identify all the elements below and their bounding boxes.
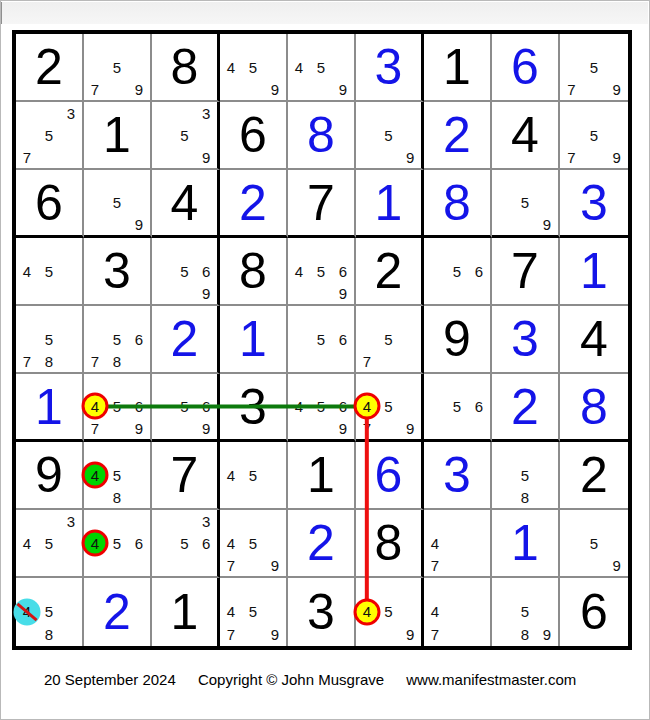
candidate-grid: 359 [152, 102, 217, 168]
candidate-3: 3 [202, 513, 210, 530]
cell-r8c6[interactable]: 8 [356, 510, 424, 578]
candidate-5: 5 [453, 263, 461, 280]
candidate-6: 6 [135, 535, 143, 552]
cell-r4c8[interactable]: 7 [492, 238, 560, 306]
candidate-grid: 45 [16, 238, 82, 304]
solved-digit: 8 [307, 110, 335, 160]
cell-r7c5[interactable]: 1 [288, 442, 356, 510]
cell-r4c9[interactable]: 1 [560, 238, 628, 306]
candidate-grid: 59 [560, 510, 628, 576]
cell-r3c9[interactable]: 3 [560, 170, 628, 238]
candidate-grid: 589 [492, 578, 558, 646]
candidate-9: 9 [543, 626, 551, 643]
candidate-grid: 357 [16, 102, 82, 168]
window-titlebar [1, 2, 648, 24]
given-digit: 2 [35, 42, 63, 92]
candidate-7: 7 [227, 557, 235, 574]
candidate-4: 4 [295, 263, 303, 280]
given-digit: 1 [103, 110, 131, 160]
cell-r5c2[interactable]: 5678 [84, 306, 152, 374]
candidate-7: 7 [363, 353, 371, 370]
candidate-7: 7 [363, 420, 371, 437]
candidate-9: 9 [202, 285, 210, 302]
candidate-7: 7 [431, 626, 439, 643]
candidate-4: 4 [91, 467, 99, 484]
cell-r9c5[interactable]: 3 [288, 578, 356, 646]
candidate-5: 5 [249, 59, 257, 76]
given-digit: 1 [307, 450, 335, 500]
candidate-4: 4 [227, 603, 235, 620]
given-digit: 8 [239, 246, 267, 296]
candidate-grid: 569 [152, 238, 217, 304]
cell-r2c9[interactable]: 579 [560, 102, 628, 170]
candidate-5: 5 [45, 603, 53, 620]
solved-digit: 3 [580, 178, 608, 228]
candidate-grid: 345 [16, 510, 82, 576]
candidate-9: 9 [135, 420, 143, 437]
candidate-6: 6 [135, 331, 143, 348]
candidate-5: 5 [113, 535, 121, 552]
candidate-7: 7 [227, 626, 235, 643]
candidate-7: 7 [567, 81, 575, 98]
candidate-grid: 56 [288, 306, 354, 372]
cell-r6c6[interactable]: 4579 [356, 374, 424, 442]
cell-r3c3[interactable]: 4 [152, 170, 220, 238]
candidate-4: 4 [227, 535, 235, 552]
cell-r4c5[interactable]: 4569 [288, 238, 356, 306]
cell-r3c7[interactable]: 8 [424, 170, 492, 238]
candidate-grid: 45 [220, 442, 286, 508]
candidate-5: 5 [521, 467, 529, 484]
cell-r6c7[interactable]: 56 [424, 374, 492, 442]
given-digit: 1 [443, 42, 471, 92]
candidate-5: 5 [45, 127, 53, 144]
given-digit: 1 [171, 587, 199, 637]
candidate-5: 5 [249, 535, 257, 552]
candidate-7: 7 [23, 149, 31, 166]
cell-r9c2[interactable]: 2 [84, 578, 152, 646]
cell-r6c9[interactable]: 8 [560, 374, 628, 442]
candidate-6: 6 [339, 263, 347, 280]
candidate-9: 9 [339, 285, 347, 302]
candidate-grid: 57 [356, 306, 421, 372]
candidate-5: 5 [45, 535, 53, 552]
candidate-9: 9 [612, 81, 620, 98]
candidate-7: 7 [567, 149, 575, 166]
candidate-3: 3 [67, 513, 75, 530]
candidate-4: 4 [295, 398, 303, 415]
candidate-3: 3 [67, 105, 75, 122]
candidate-grid: 59 [492, 170, 558, 235]
cell-r5c6[interactable]: 57 [356, 306, 424, 374]
candidate-4: 4 [227, 467, 235, 484]
candidate-6: 6 [339, 331, 347, 348]
candidate-9: 9 [135, 216, 143, 233]
candidate-grid: 578 [16, 306, 82, 372]
candidate-7: 7 [23, 353, 31, 370]
solved-digit: 6 [511, 42, 539, 92]
cell-r4c6[interactable]: 2 [356, 238, 424, 306]
candidate-grid: 456 [84, 510, 150, 576]
cell-r6c2[interactable]: 45679 [84, 374, 152, 442]
given-digit: 7 [171, 450, 199, 500]
candidate-grid: 459 [288, 34, 354, 100]
candidate-8: 8 [45, 626, 53, 643]
candidate-9: 9 [612, 149, 620, 166]
candidate-8: 8 [521, 626, 529, 643]
candidate-6: 6 [202, 535, 210, 552]
candidate-9: 9 [612, 557, 620, 574]
cell-r4c4[interactable]: 8 [220, 238, 288, 306]
candidate-grid: 58 [492, 442, 558, 508]
cell-r5c5[interactable]: 56 [288, 306, 356, 374]
cell-r1c4[interactable]: 459 [220, 34, 288, 102]
cell-r6c4[interactable]: 3 [220, 374, 288, 442]
solved-digit: 8 [443, 178, 471, 228]
candidate-7: 7 [431, 557, 439, 574]
sudoku-board: 2579845945931657935713596859245796594271… [12, 30, 632, 650]
candidate-grid: 59 [84, 170, 150, 235]
candidate-grid: 579 [560, 34, 628, 100]
candidate-grid: 459 [356, 578, 421, 646]
candidate-9: 9 [406, 420, 414, 437]
cell-r3c4[interactable]: 2 [220, 170, 288, 238]
cell-r3c2[interactable]: 59 [84, 170, 152, 238]
cell-r2c5[interactable]: 8 [288, 102, 356, 170]
candidate-5: 5 [384, 127, 392, 144]
candidate-9: 9 [271, 557, 279, 574]
candidate-5: 5 [521, 194, 529, 211]
candidate-5: 5 [590, 127, 598, 144]
cell-r9c9[interactable]: 6 [560, 578, 628, 646]
candidate-grid: 458 [84, 442, 150, 508]
cell-r5c9[interactable]: 4 [560, 306, 628, 374]
cell-r2c4[interactable]: 6 [220, 102, 288, 170]
solved-digit: 1 [375, 178, 403, 228]
given-digit: 7 [511, 246, 539, 296]
candidate-5: 5 [384, 331, 392, 348]
candidate-5: 5 [113, 467, 121, 484]
given-digit: 6 [239, 110, 267, 160]
footer-copyright: Copyright © John Musgrave [198, 671, 384, 688]
candidate-9: 9 [543, 216, 551, 233]
solved-digit: 1 [239, 314, 267, 364]
cell-r5c3[interactable]: 2 [152, 306, 220, 374]
cell-r5c8[interactable]: 3 [492, 306, 560, 374]
solved-digit: 1 [35, 382, 63, 432]
candidate-4: 4 [295, 59, 303, 76]
solved-digit: 1 [511, 518, 539, 568]
candidate-4: 4 [23, 535, 31, 552]
candidate-6: 6 [475, 398, 483, 415]
cell-r9c7[interactable]: 47 [424, 578, 492, 646]
cell-r1c6[interactable]: 3 [356, 34, 424, 102]
given-digit: 7 [307, 178, 335, 228]
given-digit: 4 [511, 110, 539, 160]
candidate-5: 5 [113, 398, 121, 415]
cell-r9c6[interactable]: 459 [356, 578, 424, 646]
cell-r7c8[interactable]: 58 [492, 442, 560, 510]
cell-r3c5[interactable]: 7 [288, 170, 356, 238]
cell-r1c5[interactable]: 459 [288, 34, 356, 102]
candidate-5: 5 [249, 467, 257, 484]
cell-r4c7[interactable]: 56 [424, 238, 492, 306]
candidate-5: 5 [590, 59, 598, 76]
given-digit: 2 [580, 450, 608, 500]
cell-r9c4[interactable]: 4579 [220, 578, 288, 646]
cell-r9c8[interactable]: 589 [492, 578, 560, 646]
cell-r8c9[interactable]: 59 [560, 510, 628, 578]
candidate-5: 5 [317, 331, 325, 348]
candidate-grid: 59 [356, 102, 421, 168]
footer-date: 20 September 2024 [44, 671, 176, 688]
candidate-5: 5 [180, 263, 188, 280]
candidate-5: 5 [45, 331, 53, 348]
given-digit: 3 [239, 382, 267, 432]
cell-r2c6[interactable]: 59 [356, 102, 424, 170]
cell-r4c3[interactable]: 569 [152, 238, 220, 306]
given-digit: 9 [443, 314, 471, 364]
cell-r1c8[interactable]: 6 [492, 34, 560, 102]
candidate-5: 5 [384, 603, 392, 620]
given-digit: 3 [307, 587, 335, 637]
given-digit: 8 [171, 42, 199, 92]
candidate-5: 5 [317, 263, 325, 280]
candidate-4: 4 [227, 59, 235, 76]
cell-r8c1[interactable]: 345 [16, 510, 84, 578]
solved-digit: 2 [103, 587, 131, 637]
given-digit: 9 [35, 450, 63, 500]
candidate-4: 4 [363, 398, 371, 415]
candidate-5: 5 [590, 535, 598, 552]
candidate-6: 6 [202, 263, 210, 280]
solved-digit: 6 [375, 450, 403, 500]
cell-r5c7[interactable]: 9 [424, 306, 492, 374]
candidate-9: 9 [135, 81, 143, 98]
candidate-5: 5 [180, 398, 188, 415]
cell-r7c6[interactable]: 6 [356, 442, 424, 510]
given-digit: 8 [375, 518, 403, 568]
cell-r1c2[interactable]: 579 [84, 34, 152, 102]
solved-digit: 2 [239, 178, 267, 228]
candidate-7: 7 [91, 81, 99, 98]
footer-website[interactable]: www.manifestmaster.com [406, 671, 576, 688]
candidate-4: 4 [23, 263, 31, 280]
given-digit: 6 [35, 178, 63, 228]
candidate-grid: 47 [424, 510, 490, 576]
cell-r7c4[interactable]: 45 [220, 442, 288, 510]
candidate-5: 5 [521, 603, 529, 620]
candidate-6: 6 [135, 398, 143, 415]
cell-r7c3[interactable]: 7 [152, 442, 220, 510]
candidate-grid: 4579 [220, 578, 286, 646]
candidate-5: 5 [317, 59, 325, 76]
cell-r1c3[interactable]: 8 [152, 34, 220, 102]
candidate-9: 9 [339, 420, 347, 437]
candidate-grid: 458 [16, 578, 82, 646]
cell-r7c9[interactable]: 2 [560, 442, 628, 510]
cell-r8c2[interactable]: 456 [84, 510, 152, 578]
candidate-grid: 56 [424, 238, 490, 304]
cell-r7c1[interactable]: 9 [16, 442, 84, 510]
solved-digit: 8 [580, 382, 608, 432]
candidate-9: 9 [202, 149, 210, 166]
candidate-6: 6 [202, 398, 210, 415]
candidate-9: 9 [271, 626, 279, 643]
candidate-9: 9 [202, 420, 210, 437]
candidate-5: 5 [180, 535, 188, 552]
candidate-8: 8 [521, 489, 529, 506]
candidate-5: 5 [249, 603, 257, 620]
candidate-9: 9 [406, 626, 414, 643]
cell-r7c2[interactable]: 458 [84, 442, 152, 510]
candidate-8: 8 [113, 353, 121, 370]
cell-r1c7[interactable]: 1 [424, 34, 492, 102]
cell-r9c1[interactable]: 458 [16, 578, 84, 646]
candidate-5: 5 [317, 398, 325, 415]
cell-r5c1[interactable]: 578 [16, 306, 84, 374]
cell-r6c1[interactable]: 1 [16, 374, 84, 442]
solved-digit: 1 [580, 246, 608, 296]
cell-r7c7[interactable]: 3 [424, 442, 492, 510]
cell-r3c6[interactable]: 1 [356, 170, 424, 238]
footer: 20 September 2024 Copyright © John Musgr… [44, 671, 594, 688]
given-digit: 4 [580, 314, 608, 364]
cell-r5c4[interactable]: 1 [220, 306, 288, 374]
candidate-4: 4 [363, 603, 371, 620]
candidate-grid: 47 [424, 578, 490, 646]
cell-r1c1[interactable]: 2 [16, 34, 84, 102]
candidate-8: 8 [45, 353, 53, 370]
candidate-grid: 569 [152, 374, 217, 439]
candidate-5: 5 [113, 59, 121, 76]
candidate-5: 5 [113, 194, 121, 211]
candidate-7: 7 [91, 420, 99, 437]
cell-r8c8[interactable]: 1 [492, 510, 560, 578]
candidate-grid: 5678 [84, 306, 150, 372]
cell-r2c1[interactable]: 357 [16, 102, 84, 170]
candidate-9: 9 [339, 81, 347, 98]
candidate-grid: 4569 [288, 238, 354, 304]
candidate-grid: 459 [220, 34, 286, 100]
solved-digit: 2 [171, 314, 199, 364]
cell-r6c3[interactable]: 569 [152, 374, 220, 442]
candidate-4: 4 [431, 535, 439, 552]
candidate-grid: 4569 [288, 374, 354, 439]
candidate-9: 9 [406, 149, 414, 166]
cell-r1c9[interactable]: 579 [560, 34, 628, 102]
given-digit: 2 [375, 246, 403, 296]
solved-digit: 2 [307, 518, 335, 568]
candidate-grid: 45679 [84, 374, 150, 439]
cell-r2c7[interactable]: 2 [424, 102, 492, 170]
candidate-8: 8 [113, 489, 121, 506]
candidate-5: 5 [384, 398, 392, 415]
candidate-9: 9 [271, 81, 279, 98]
candidate-grid: 56 [424, 374, 490, 439]
given-digit: 3 [103, 246, 131, 296]
cell-r8c5[interactable]: 2 [288, 510, 356, 578]
candidate-4: 4 [431, 603, 439, 620]
cell-r8c7[interactable]: 47 [424, 510, 492, 578]
candidate-grid: 579 [560, 102, 628, 168]
solved-digit: 2 [443, 110, 471, 160]
given-digit: 4 [171, 178, 199, 228]
cell-r6c5[interactable]: 4569 [288, 374, 356, 442]
candidate-4: 4 [91, 398, 99, 415]
cell-r3c1[interactable]: 6 [16, 170, 84, 238]
solved-digit: 3 [443, 450, 471, 500]
cell-r3c8[interactable]: 59 [492, 170, 560, 238]
candidate-3: 3 [202, 105, 210, 122]
cell-r2c3[interactable]: 359 [152, 102, 220, 170]
candidate-4: 4 [91, 535, 99, 552]
candidate-grid: 4579 [356, 374, 421, 439]
candidate-5: 5 [113, 331, 121, 348]
candidate-6: 6 [339, 398, 347, 415]
candidate-grid: 4579 [220, 510, 286, 576]
solved-digit: 3 [375, 42, 403, 92]
candidate-5: 5 [180, 127, 188, 144]
candidate-grid: 579 [84, 34, 150, 100]
cell-r2c8[interactable]: 4 [492, 102, 560, 170]
cell-r8c3[interactable]: 356 [152, 510, 220, 578]
candidate-5: 5 [45, 263, 53, 280]
cell-r4c1[interactable]: 45 [16, 238, 84, 306]
candidate-grid: 356 [152, 510, 217, 576]
given-digit: 6 [580, 587, 608, 637]
candidate-5: 5 [453, 398, 461, 415]
candidate-6: 6 [475, 263, 483, 280]
cell-r6c8[interactable]: 2 [492, 374, 560, 442]
cell-r9c3[interactable]: 1 [152, 578, 220, 646]
solved-digit: 3 [511, 314, 539, 364]
cell-r2c2[interactable]: 1 [84, 102, 152, 170]
cell-r8c4[interactable]: 4579 [220, 510, 288, 578]
cell-r4c2[interactable]: 3 [84, 238, 152, 306]
solved-digit: 2 [511, 382, 539, 432]
candidate-7: 7 [91, 353, 99, 370]
